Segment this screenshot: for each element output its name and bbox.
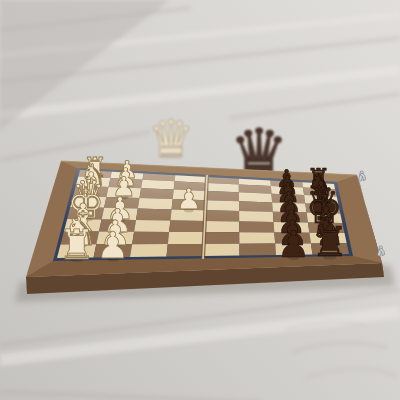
piece-black-rook-h8[interactable]: ♜ (311, 218, 348, 266)
offboard-white-queen: ♛ (148, 109, 195, 169)
piece-white-pawn-h2[interactable]: ♟ (97, 224, 130, 267)
chess-photo-scene: ♛♛♜♟♟♜♞♟♟♞♝♟♟♝♛♟♟♛♚♟♟♚♝♟♟♝♞♟♟♞♜♟♟♜ (0, 0, 400, 400)
piece-white-pawn-d4[interactable]: ♟ (176, 182, 202, 216)
chessboard-photo: ♛♛♜♟♟♜♞♟♟♞♝♟♟♝♛♟♟♛♚♟♟♚♝♟♟♝♞♟♟♞♜♟♟♜ (0, 0, 400, 400)
piece-black-pawn-h7[interactable]: ♟ (277, 223, 310, 266)
piece-white-rook-h1[interactable]: ♜ (58, 221, 95, 269)
